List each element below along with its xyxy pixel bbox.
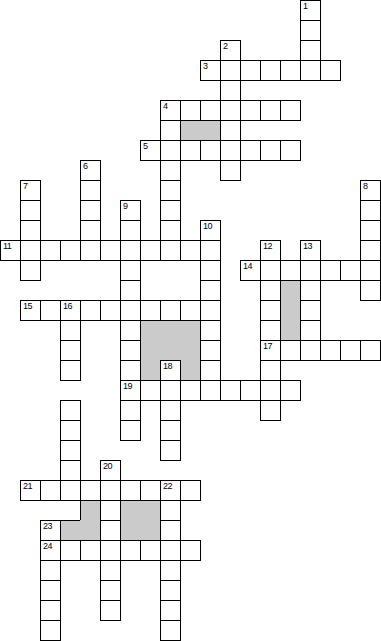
blocked-cell xyxy=(160,320,181,341)
grid-cell[interactable] xyxy=(160,160,181,181)
clue-number: 9 xyxy=(123,201,128,211)
clue-number: 17 xyxy=(263,341,272,351)
grid-cell[interactable] xyxy=(260,380,281,401)
grid-cell[interactable] xyxy=(80,200,101,221)
grid-cell[interactable] xyxy=(280,380,301,401)
grid-cell[interactable]: 8 xyxy=(360,180,381,201)
grid-cell[interactable] xyxy=(160,540,181,561)
grid-cell[interactable] xyxy=(60,460,81,481)
crossword-page: 123456789101112131415161718192021222324 xyxy=(0,0,381,641)
blocked-cell xyxy=(280,320,301,341)
grid-cell[interactable] xyxy=(200,340,221,361)
clue-number: 13 xyxy=(303,241,312,251)
grid-cell[interactable]: 23 xyxy=(40,520,61,541)
grid-cell[interactable] xyxy=(260,60,281,81)
grid-cell[interactable] xyxy=(100,540,121,561)
grid-cell[interactable] xyxy=(100,600,121,621)
grid-cell[interactable]: 16 xyxy=(60,300,81,321)
grid-cell[interactable] xyxy=(360,340,381,361)
grid-cell[interactable]: 18 xyxy=(160,360,181,381)
clue-number: 1 xyxy=(303,1,308,11)
grid-cell[interactable]: 15 xyxy=(20,300,41,321)
clue-number: 20 xyxy=(103,461,112,471)
grid-cell[interactable] xyxy=(300,320,321,341)
blocked-cell xyxy=(120,520,141,541)
grid-cell[interactable] xyxy=(100,300,121,321)
grid-cell[interactable]: 24 xyxy=(40,540,61,561)
grid-cell[interactable] xyxy=(280,60,301,81)
grid-cell[interactable] xyxy=(160,620,181,641)
grid-cell[interactable] xyxy=(180,100,201,121)
grid-cell[interactable] xyxy=(220,100,241,121)
grid-cell[interactable] xyxy=(160,600,181,621)
grid-cell[interactable] xyxy=(60,420,81,441)
clue-number: 19 xyxy=(123,381,132,391)
grid-cell[interactable] xyxy=(60,440,81,461)
grid-cell[interactable] xyxy=(80,240,101,261)
grid-cell[interactable]: 4 xyxy=(160,100,181,121)
grid-cell[interactable] xyxy=(300,300,321,321)
grid-cell[interactable] xyxy=(40,580,61,601)
grid-cell[interactable] xyxy=(120,300,141,321)
grid-cell[interactable] xyxy=(140,240,161,261)
grid-cell[interactable] xyxy=(60,400,81,421)
clue-number: 11 xyxy=(3,241,11,251)
grid-cell[interactable] xyxy=(120,360,141,381)
grid-cell[interactable] xyxy=(340,340,361,361)
grid-cell[interactable] xyxy=(200,300,221,321)
crossword-grid: 123456789101112131415161718192021222324 xyxy=(0,0,381,641)
grid-cell[interactable] xyxy=(60,320,81,341)
grid-cell[interactable] xyxy=(180,300,201,321)
grid-cell[interactable] xyxy=(80,180,101,201)
grid-cell[interactable] xyxy=(100,580,121,601)
grid-cell[interactable] xyxy=(300,40,321,61)
grid-cell[interactable]: 1 xyxy=(300,0,321,21)
grid-cell[interactable] xyxy=(40,300,61,321)
grid-cell[interactable] xyxy=(180,240,201,261)
grid-cell[interactable]: 11 xyxy=(0,240,21,261)
blocked-cell xyxy=(140,340,161,361)
grid-cell[interactable]: 7 xyxy=(20,180,41,201)
grid-cell[interactable] xyxy=(160,300,181,321)
blocked-cell xyxy=(180,320,201,341)
grid-cell[interactable] xyxy=(300,20,321,41)
grid-cell[interactable] xyxy=(20,200,41,221)
clue-number: 15 xyxy=(23,301,32,311)
grid-cell[interactable] xyxy=(220,60,241,81)
grid-cell[interactable] xyxy=(240,60,261,81)
blocked-cell xyxy=(80,520,101,541)
clue-number: 8 xyxy=(363,181,368,191)
grid-cell[interactable] xyxy=(60,340,81,361)
grid-cell[interactable] xyxy=(360,220,381,241)
grid-cell[interactable] xyxy=(360,260,381,281)
grid-cell[interactable] xyxy=(100,240,121,261)
clue-number: 6 xyxy=(83,161,88,171)
grid-cell[interactable] xyxy=(260,260,281,281)
grid-cell[interactable] xyxy=(300,260,321,281)
grid-cell[interactable] xyxy=(160,180,181,201)
grid-cell[interactable] xyxy=(340,260,361,281)
grid-cell[interactable] xyxy=(300,340,321,361)
grid-cell[interactable] xyxy=(80,540,101,561)
grid-cell[interactable] xyxy=(60,360,81,381)
grid-cell[interactable] xyxy=(280,260,301,281)
grid-cell[interactable] xyxy=(320,60,341,81)
grid-cell[interactable] xyxy=(360,280,381,301)
grid-cell[interactable] xyxy=(200,260,221,281)
grid-cell[interactable]: 12 xyxy=(260,240,281,261)
blocked-cell xyxy=(140,500,161,521)
grid-cell[interactable] xyxy=(300,60,321,81)
grid-cell[interactable]: 10 xyxy=(200,220,221,241)
grid-cell[interactable] xyxy=(60,240,81,261)
grid-cell[interactable] xyxy=(160,400,181,421)
blocked-cell xyxy=(200,120,221,141)
grid-cell[interactable] xyxy=(160,500,181,521)
grid-cell[interactable] xyxy=(200,360,221,381)
blocked-cell xyxy=(60,520,81,541)
grid-cell[interactable]: 13 xyxy=(300,240,321,261)
grid-cell[interactable]: 19 xyxy=(120,380,141,401)
blocked-cell xyxy=(140,360,161,381)
grid-cell[interactable] xyxy=(40,240,61,261)
grid-cell[interactable] xyxy=(240,100,261,121)
grid-cell[interactable] xyxy=(320,260,341,281)
grid-cell[interactable] xyxy=(60,480,81,501)
grid-cell[interactable] xyxy=(100,560,121,581)
grid-cell[interactable] xyxy=(20,260,41,281)
clue-number: 22 xyxy=(163,481,172,491)
grid-cell[interactable] xyxy=(260,280,281,301)
grid-cell[interactable] xyxy=(120,320,141,341)
grid-cell[interactable]: 3 xyxy=(200,60,221,81)
clue-number: 10 xyxy=(203,221,212,231)
grid-cell[interactable] xyxy=(120,400,141,421)
grid-cell[interactable] xyxy=(220,120,241,141)
clue-number: 16 xyxy=(63,301,72,311)
grid-cell[interactable] xyxy=(140,300,161,321)
grid-cell[interactable] xyxy=(200,100,221,121)
grid-cell[interactable] xyxy=(160,560,181,581)
grid-cell[interactable] xyxy=(200,240,221,261)
grid-cell[interactable] xyxy=(60,540,81,561)
grid-cell[interactable]: 17 xyxy=(260,340,281,361)
grid-cell[interactable] xyxy=(160,120,181,141)
clue-number: 7 xyxy=(23,181,28,191)
clue-number: 12 xyxy=(263,241,272,251)
blocked-cell xyxy=(80,500,101,521)
grid-cell[interactable] xyxy=(160,220,181,241)
grid-cell[interactable] xyxy=(120,240,141,261)
grid-cell[interactable] xyxy=(180,540,201,561)
grid-cell[interactable] xyxy=(160,520,181,541)
grid-cell[interactable] xyxy=(120,480,141,501)
grid-cell[interactable]: 20 xyxy=(100,460,121,481)
grid-cell[interactable] xyxy=(180,380,201,401)
grid-cell[interactable] xyxy=(120,280,141,301)
grid-cell[interactable] xyxy=(220,140,241,161)
grid-cell[interactable]: 5 xyxy=(140,140,161,161)
clue-number: 18 xyxy=(163,361,172,371)
grid-cell[interactable] xyxy=(100,520,121,541)
grid-cell[interactable] xyxy=(360,240,381,261)
grid-cell[interactable] xyxy=(260,400,281,421)
blocked-cell xyxy=(180,120,201,141)
grid-cell[interactable] xyxy=(40,620,61,641)
blocked-cell xyxy=(180,360,201,381)
grid-cell[interactable] xyxy=(160,200,181,221)
blocked-cell xyxy=(180,340,201,361)
grid-cell[interactable] xyxy=(120,420,141,441)
grid-cell[interactable] xyxy=(180,480,201,501)
grid-cell[interactable]: 14 xyxy=(240,260,261,281)
blocked-cell xyxy=(280,300,301,321)
grid-cell[interactable] xyxy=(160,440,181,461)
grid-cell[interactable] xyxy=(200,380,221,401)
grid-cell[interactable] xyxy=(220,380,241,401)
grid-cell[interactable] xyxy=(100,480,121,501)
clue-number: 23 xyxy=(43,521,52,531)
grid-cell[interactable] xyxy=(20,220,41,241)
grid-cell[interactable] xyxy=(260,360,281,381)
grid-cell[interactable] xyxy=(220,160,241,181)
grid-cell[interactable] xyxy=(200,320,221,341)
clue-number: 3 xyxy=(203,61,208,71)
grid-cell[interactable] xyxy=(100,500,121,521)
grid-cell[interactable] xyxy=(140,380,161,401)
grid-cell[interactable] xyxy=(160,580,181,601)
grid-cell[interactable] xyxy=(120,340,141,361)
grid-cell[interactable] xyxy=(280,100,301,121)
grid-cell[interactable] xyxy=(40,600,61,621)
blocked-cell xyxy=(140,520,161,541)
grid-cell[interactable] xyxy=(80,220,101,241)
grid-cell[interactable] xyxy=(160,420,181,441)
grid-cell[interactable] xyxy=(40,480,61,501)
grid-cell[interactable]: 6 xyxy=(80,160,101,181)
grid-cell[interactable] xyxy=(40,560,61,581)
grid-cell[interactable] xyxy=(200,140,221,161)
grid-cell[interactable] xyxy=(260,300,281,321)
blocked-cell xyxy=(160,340,181,361)
grid-cell[interactable] xyxy=(140,480,161,501)
grid-cell[interactable] xyxy=(120,220,141,241)
grid-cell[interactable] xyxy=(80,300,101,321)
grid-cell[interactable] xyxy=(360,200,381,221)
clue-number: 5 xyxy=(143,141,148,151)
clue-number: 24 xyxy=(43,541,52,551)
grid-cell[interactable]: 21 xyxy=(20,480,41,501)
grid-cell[interactable] xyxy=(80,480,101,501)
blocked-cell xyxy=(140,320,161,341)
clue-number: 2 xyxy=(223,41,228,51)
grid-cell[interactable] xyxy=(120,260,141,281)
grid-cell[interactable]: 2 xyxy=(220,40,241,61)
grid-cell[interactable] xyxy=(220,80,241,101)
grid-cell[interactable] xyxy=(280,140,301,161)
blocked-cell xyxy=(120,500,141,521)
grid-cell[interactable] xyxy=(160,140,181,161)
grid-cell[interactable] xyxy=(320,340,341,361)
blocked-cell xyxy=(280,280,301,301)
grid-cell[interactable]: 9 xyxy=(120,200,141,221)
grid-cell[interactable] xyxy=(260,320,281,341)
clue-number: 21 xyxy=(23,481,32,491)
grid-cell[interactable] xyxy=(20,240,41,261)
grid-cell[interactable] xyxy=(280,340,301,361)
grid-cell[interactable] xyxy=(180,140,201,161)
grid-cell[interactable] xyxy=(240,140,261,161)
grid-cell[interactable] xyxy=(260,140,281,161)
grid-cell[interactable] xyxy=(200,280,221,301)
grid-cell[interactable]: 22 xyxy=(160,480,181,501)
grid-cell[interactable] xyxy=(160,240,181,261)
grid-cell[interactable] xyxy=(120,540,141,561)
grid-cell[interactable] xyxy=(160,380,181,401)
clue-number: 14 xyxy=(243,261,252,271)
clue-number: 4 xyxy=(163,101,168,111)
grid-cell[interactable] xyxy=(260,100,281,121)
grid-cell[interactable] xyxy=(300,280,321,301)
grid-cell[interactable] xyxy=(140,540,161,561)
grid-cell[interactable] xyxy=(240,380,261,401)
